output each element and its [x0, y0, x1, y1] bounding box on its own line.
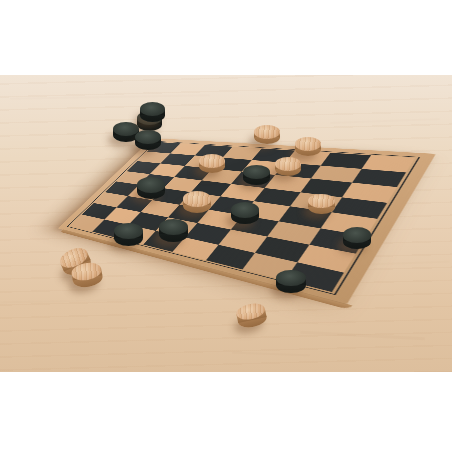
checker-light[interactable]	[254, 125, 280, 144]
checker-dark[interactable]	[276, 270, 306, 294]
checker-dark[interactable]	[343, 227, 371, 248]
checker-light[interactable]	[308, 194, 335, 215]
checker-dark[interactable]	[140, 102, 165, 122]
checker-light[interactable]	[183, 191, 211, 212]
checker-light[interactable]	[295, 137, 321, 156]
photo-of-checkers-set	[0, 0, 452, 452]
checker-dark[interactable]	[159, 219, 188, 242]
white-margin-top	[0, 0, 452, 75]
white-margin-bottom	[0, 372, 452, 452]
checker-dark[interactable]	[114, 223, 143, 246]
checker-dark[interactable]	[137, 177, 165, 198]
checker-dark[interactable]	[243, 165, 270, 185]
checker-light[interactable]	[70, 260, 104, 288]
checker-light[interactable]	[234, 302, 267, 331]
checker-dark[interactable]	[231, 202, 259, 223]
checker-dark[interactable]	[135, 130, 161, 150]
checker-light[interactable]	[199, 154, 225, 173]
checker-light[interactable]	[275, 157, 301, 176]
